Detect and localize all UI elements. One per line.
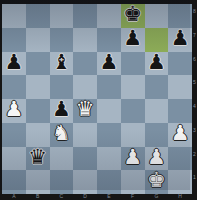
- square-h5[interactable]: [168, 75, 192, 99]
- square-f2[interactable]: ♟: [121, 147, 145, 171]
- rank-label-3: 3: [192, 127, 197, 133]
- square-c8[interactable]: [50, 4, 74, 28]
- square-a4[interactable]: ♟: [2, 99, 26, 123]
- square-g2[interactable]: ♟: [145, 147, 169, 171]
- square-h2[interactable]: [168, 147, 192, 171]
- square-h6[interactable]: [168, 52, 192, 76]
- white-king[interactable]: ♚: [147, 169, 166, 193]
- black-king[interactable]: ♚: [123, 3, 142, 27]
- rank-label-4: 4: [192, 103, 197, 109]
- file-label-f: F: [121, 193, 145, 199]
- file-label-h: H: [168, 193, 192, 199]
- chess-board-frame: ♚♟♟♟♝♟♟♟♟♛♞♟♛♟♟♚ ABCDEFGH 87654321: [0, 0, 197, 200]
- square-e6[interactable]: ♟: [97, 52, 121, 76]
- black-bishop[interactable]: ♝: [52, 51, 71, 75]
- square-c1[interactable]: [50, 170, 74, 194]
- white-knight[interactable]: ♞: [52, 122, 71, 146]
- square-b1[interactable]: [26, 170, 50, 194]
- rank-label-6: 6: [192, 56, 197, 62]
- square-a6[interactable]: ♟: [2, 52, 26, 76]
- white-pawn[interactable]: ♟: [171, 122, 190, 146]
- file-label-a: A: [2, 193, 26, 199]
- square-f1[interactable]: [121, 170, 145, 194]
- rank-label-8: 8: [192, 8, 197, 14]
- square-h1[interactable]: [168, 170, 192, 194]
- square-g6[interactable]: ♟: [145, 52, 169, 76]
- square-d2[interactable]: [73, 147, 97, 171]
- square-g3[interactable]: [145, 123, 169, 147]
- square-c7[interactable]: [50, 28, 74, 52]
- square-g8[interactable]: [145, 4, 169, 28]
- rank-label-1: 1: [192, 174, 197, 180]
- square-h8[interactable]: [168, 4, 192, 28]
- square-a7[interactable]: [2, 28, 26, 52]
- square-h4[interactable]: [168, 99, 192, 123]
- square-a3[interactable]: [2, 123, 26, 147]
- square-g5[interactable]: [145, 75, 169, 99]
- square-g4[interactable]: [145, 99, 169, 123]
- square-e1[interactable]: [97, 170, 121, 194]
- square-d6[interactable]: [73, 52, 97, 76]
- black-pawn[interactable]: ♟: [147, 51, 166, 75]
- square-g1[interactable]: ♚: [145, 170, 169, 194]
- square-a8[interactable]: [2, 4, 26, 28]
- square-b5[interactable]: [26, 75, 50, 99]
- black-queen[interactable]: ♛: [28, 146, 47, 170]
- white-pawn[interactable]: ♟: [4, 98, 23, 122]
- white-pawn[interactable]: ♟: [147, 146, 166, 170]
- square-f6[interactable]: [121, 52, 145, 76]
- square-b8[interactable]: [26, 4, 50, 28]
- black-pawn[interactable]: ♟: [4, 51, 23, 75]
- black-pawn[interactable]: ♟: [171, 27, 190, 51]
- file-label-g: G: [145, 193, 169, 199]
- square-b3[interactable]: [26, 123, 50, 147]
- square-d3[interactable]: [73, 123, 97, 147]
- square-e2[interactable]: [97, 147, 121, 171]
- square-b2[interactable]: ♛: [26, 147, 50, 171]
- square-e4[interactable]: [97, 99, 121, 123]
- square-a5[interactable]: [2, 75, 26, 99]
- square-e5[interactable]: [97, 75, 121, 99]
- rank-label-7: 7: [192, 32, 197, 38]
- square-e7[interactable]: [97, 28, 121, 52]
- file-label-c: C: [50, 193, 74, 199]
- square-h3[interactable]: ♟: [168, 123, 192, 147]
- rank-label-5: 5: [192, 79, 197, 85]
- square-f8[interactable]: ♚: [121, 4, 145, 28]
- square-c4[interactable]: ♟: [50, 99, 74, 123]
- file-label-e: E: [97, 193, 121, 199]
- square-f3[interactable]: [121, 123, 145, 147]
- square-d5[interactable]: [73, 75, 97, 99]
- square-b4[interactable]: [26, 99, 50, 123]
- black-pawn[interactable]: ♟: [123, 27, 142, 51]
- square-e8[interactable]: [97, 4, 121, 28]
- square-d1[interactable]: [73, 170, 97, 194]
- chess-board: ♚♟♟♟♝♟♟♟♟♛♞♟♛♟♟♚: [2, 4, 192, 194]
- square-d7[interactable]: [73, 28, 97, 52]
- square-c2[interactable]: [50, 147, 74, 171]
- black-pawn[interactable]: ♟: [99, 51, 118, 75]
- black-pawn[interactable]: ♟: [52, 98, 71, 122]
- file-label-d: D: [73, 193, 97, 199]
- square-e3[interactable]: [97, 123, 121, 147]
- square-f5[interactable]: [121, 75, 145, 99]
- square-h7[interactable]: ♟: [168, 28, 192, 52]
- square-d4[interactable]: ♛: [73, 99, 97, 123]
- white-pawn[interactable]: ♟: [123, 146, 142, 170]
- square-b7[interactable]: [26, 28, 50, 52]
- square-c5[interactable]: [50, 75, 74, 99]
- file-label-b: B: [26, 193, 50, 199]
- white-queen[interactable]: ♛: [76, 98, 95, 122]
- square-c6[interactable]: ♝: [50, 52, 74, 76]
- square-b6[interactable]: [26, 52, 50, 76]
- square-c3[interactable]: ♞: [50, 123, 74, 147]
- square-g7[interactable]: [145, 28, 169, 52]
- square-a1[interactable]: [2, 170, 26, 194]
- square-f7[interactable]: ♟: [121, 28, 145, 52]
- square-f4[interactable]: [121, 99, 145, 123]
- square-a2[interactable]: [2, 147, 26, 171]
- square-d8[interactable]: [73, 4, 97, 28]
- rank-label-2: 2: [192, 151, 197, 157]
